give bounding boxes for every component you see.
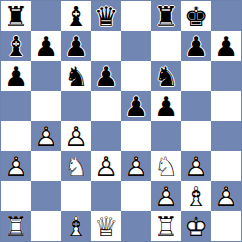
- square-f3[interactable]: ♞♘: [151, 151, 181, 181]
- square-e6[interactable]: [121, 61, 151, 91]
- square-b7[interactable]: ♟: [31, 31, 61, 61]
- white-bishop-outline-glyph: ♗: [61, 211, 91, 241]
- black-rook-glyph: ♜: [1, 1, 31, 31]
- square-g6[interactable]: [181, 61, 211, 91]
- white-pawn-outline-glyph: ♙: [151, 181, 181, 211]
- square-a4[interactable]: [1, 121, 31, 151]
- piece-black-king[interactable]: ♚: [181, 1, 211, 31]
- square-a5[interactable]: [1, 91, 31, 121]
- square-b2[interactable]: [31, 181, 61, 211]
- square-d4[interactable]: [91, 121, 121, 151]
- piece-white-pawn[interactable]: ♟♙: [211, 181, 241, 211]
- square-c7[interactable]: ♟: [61, 31, 91, 61]
- square-d7[interactable]: [91, 31, 121, 61]
- black-pawn-glyph: ♟: [151, 91, 181, 121]
- square-e8[interactable]: [121, 1, 151, 31]
- square-h2[interactable]: ♟♙: [211, 181, 241, 211]
- piece-black-rook[interactable]: ♜: [1, 1, 31, 31]
- square-g8[interactable]: ♚: [181, 1, 211, 31]
- square-h4[interactable]: [211, 121, 241, 151]
- piece-white-pawn[interactable]: ♟♙: [91, 151, 121, 181]
- square-c6[interactable]: ♞: [61, 61, 91, 91]
- piece-white-pawn[interactable]: ♟♙: [181, 151, 211, 181]
- black-queen-glyph: ♛: [91, 1, 121, 31]
- square-b6[interactable]: [31, 61, 61, 91]
- black-bishop-glyph: ♝: [61, 1, 91, 31]
- square-e1[interactable]: [121, 211, 151, 241]
- square-c1[interactable]: ♝♗: [61, 211, 91, 241]
- square-g2[interactable]: ♝♗: [181, 181, 211, 211]
- piece-white-knight[interactable]: ♞♘: [61, 151, 91, 181]
- square-h1[interactable]: [211, 211, 241, 241]
- white-pawn-outline-glyph: ♙: [1, 151, 31, 181]
- square-b8[interactable]: [31, 1, 61, 31]
- square-f5[interactable]: ♟: [151, 91, 181, 121]
- square-d8[interactable]: ♛: [91, 1, 121, 31]
- piece-black-pawn[interactable]: ♟: [61, 31, 91, 61]
- white-pawn-outline-glyph: ♙: [211, 181, 241, 211]
- piece-black-pawn[interactable]: ♟: [181, 31, 211, 61]
- square-g5[interactable]: [181, 91, 211, 121]
- chess-board: ♜♝♛♜♚♝♟♟♟♟♟♞♟♞♟♟♟♙♟♙♟♙♞♘♟♙♟♙♞♘♟♙♟♙♝♗♟♙♜♖…: [0, 0, 242, 242]
- piece-white-knight[interactable]: ♞♘: [151, 151, 181, 181]
- white-pawn-outline-glyph: ♙: [61, 121, 91, 151]
- piece-white-pawn[interactable]: ♟♙: [151, 181, 181, 211]
- square-e4[interactable]: [121, 121, 151, 151]
- square-b4[interactable]: ♟♙: [31, 121, 61, 151]
- square-f4[interactable]: [151, 121, 181, 151]
- piece-white-pawn[interactable]: ♟♙: [61, 121, 91, 151]
- square-a3[interactable]: ♟♙: [1, 151, 31, 181]
- square-b1[interactable]: [31, 211, 61, 241]
- piece-black-queen[interactable]: ♛: [91, 1, 121, 31]
- square-h7[interactable]: ♟: [211, 31, 241, 61]
- square-h8[interactable]: [211, 1, 241, 31]
- square-h3[interactable]: [211, 151, 241, 181]
- square-e5[interactable]: ♟: [121, 91, 151, 121]
- white-pawn-outline-glyph: ♙: [121, 151, 151, 181]
- square-d2[interactable]: [91, 181, 121, 211]
- square-g1[interactable]: ♚♔: [181, 211, 211, 241]
- square-a2[interactable]: [1, 181, 31, 211]
- black-pawn-glyph: ♟: [31, 31, 61, 61]
- piece-white-pawn[interactable]: ♟♙: [1, 151, 31, 181]
- piece-black-bishop[interactable]: ♝: [61, 1, 91, 31]
- white-king-outline-glyph: ♔: [181, 211, 211, 241]
- black-pawn-glyph: ♟: [61, 31, 91, 61]
- square-b3[interactable]: [31, 151, 61, 181]
- black-pawn-glyph: ♟: [1, 61, 31, 91]
- black-rook-glyph: ♜: [151, 1, 181, 31]
- white-pawn-outline-glyph: ♙: [31, 121, 61, 151]
- piece-black-pawn[interactable]: ♟: [211, 31, 241, 61]
- square-h6[interactable]: [211, 61, 241, 91]
- square-g4[interactable]: [181, 121, 211, 151]
- piece-black-knight[interactable]: ♞: [151, 61, 181, 91]
- piece-black-pawn[interactable]: ♟: [91, 61, 121, 91]
- black-king-glyph: ♚: [181, 1, 211, 31]
- white-knight-outline-glyph: ♘: [61, 151, 91, 181]
- square-e2[interactable]: [121, 181, 151, 211]
- piece-black-bishop[interactable]: ♝: [1, 31, 31, 61]
- piece-white-rook[interactable]: ♜♖: [1, 211, 31, 241]
- black-pawn-glyph: ♟: [181, 31, 211, 61]
- piece-white-pawn[interactable]: ♟♙: [121, 151, 151, 181]
- piece-black-pawn[interactable]: ♟: [1, 61, 31, 91]
- piece-black-pawn[interactable]: ♟: [31, 31, 61, 61]
- black-knight-glyph: ♞: [61, 61, 91, 91]
- square-c8[interactable]: ♝: [61, 1, 91, 31]
- piece-black-pawn[interactable]: ♟: [121, 91, 151, 121]
- square-c2[interactable]: [61, 181, 91, 211]
- square-h5[interactable]: [211, 91, 241, 121]
- piece-black-pawn[interactable]: ♟: [151, 91, 181, 121]
- square-b5[interactable]: [31, 91, 61, 121]
- black-pawn-glyph: ♟: [211, 31, 241, 61]
- square-a1[interactable]: ♜♖: [1, 211, 31, 241]
- black-knight-glyph: ♞: [151, 61, 181, 91]
- piece-white-bishop[interactable]: ♝♗: [61, 211, 91, 241]
- piece-white-bishop[interactable]: ♝♗: [181, 181, 211, 211]
- piece-white-queen[interactable]: ♛♕: [91, 211, 121, 241]
- white-rook-outline-glyph: ♖: [151, 211, 181, 241]
- square-a7[interactable]: ♝: [1, 31, 31, 61]
- square-c3[interactable]: ♞♘: [61, 151, 91, 181]
- black-bishop-glyph: ♝: [1, 31, 31, 61]
- piece-white-rook[interactable]: ♜♖: [151, 211, 181, 241]
- black-pawn-glyph: ♟: [121, 91, 151, 121]
- white-pawn-outline-glyph: ♙: [91, 151, 121, 181]
- square-c5[interactable]: [61, 91, 91, 121]
- square-e3[interactable]: ♟♙: [121, 151, 151, 181]
- piece-white-pawn[interactable]: ♟♙: [31, 121, 61, 151]
- square-f8[interactable]: ♜: [151, 1, 181, 31]
- piece-black-knight[interactable]: ♞: [61, 61, 91, 91]
- square-f2[interactable]: ♟♙: [151, 181, 181, 211]
- white-bishop-outline-glyph: ♗: [181, 181, 211, 211]
- square-d5[interactable]: [91, 91, 121, 121]
- square-d1[interactable]: ♛♕: [91, 211, 121, 241]
- square-f1[interactable]: ♜♖: [151, 211, 181, 241]
- square-a8[interactable]: ♜: [1, 1, 31, 31]
- white-pawn-outline-glyph: ♙: [181, 151, 211, 181]
- square-d3[interactable]: ♟♙: [91, 151, 121, 181]
- piece-white-king[interactable]: ♚♔: [181, 211, 211, 241]
- square-c4[interactable]: ♟♙: [61, 121, 91, 151]
- square-f7[interactable]: [151, 31, 181, 61]
- square-g3[interactable]: ♟♙: [181, 151, 211, 181]
- square-d6[interactable]: ♟: [91, 61, 121, 91]
- square-g7[interactable]: ♟: [181, 31, 211, 61]
- white-queen-outline-glyph: ♕: [91, 211, 121, 241]
- white-knight-outline-glyph: ♘: [151, 151, 181, 181]
- white-rook-outline-glyph: ♖: [1, 211, 31, 241]
- square-e7[interactable]: [121, 31, 151, 61]
- square-a6[interactable]: ♟: [1, 61, 31, 91]
- piece-black-rook[interactable]: ♜: [151, 1, 181, 31]
- square-f6[interactable]: ♞: [151, 61, 181, 91]
- black-pawn-glyph: ♟: [91, 61, 121, 91]
